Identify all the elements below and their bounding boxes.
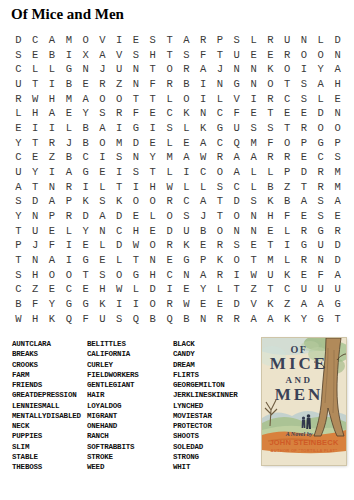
grid-cell[interactable]: O (77, 33, 94, 48)
grid-cell[interactable]: G (128, 268, 145, 283)
grid-cell[interactable]: L (27, 62, 44, 77)
grid-cell[interactable]: Y (10, 209, 27, 224)
grid-cell[interactable]: A (10, 180, 27, 195)
grid-cell[interactable]: I (111, 165, 128, 180)
grid-cell[interactable]: F (128, 106, 145, 121)
grid-cell[interactable]: P (329, 136, 346, 151)
grid-cell[interactable]: C (178, 194, 195, 209)
grid-cell[interactable]: P (10, 238, 27, 253)
grid-cell[interactable]: L (161, 165, 178, 180)
grid-cell[interactable]: L (279, 253, 296, 268)
grid-cell[interactable]: S (296, 92, 313, 107)
grid-cell[interactable]: A (94, 121, 111, 136)
grid-cell[interactable]: A (44, 253, 61, 268)
grid-cell[interactable]: Q (60, 312, 77, 327)
grid-cell[interactable]: W (111, 282, 128, 297)
grid-cell[interactable]: L (178, 121, 195, 136)
grid-cell[interactable]: R (60, 180, 77, 195)
grid-cell[interactable]: O (161, 209, 178, 224)
grid-cell[interactable]: G (60, 62, 77, 77)
grid-cell[interactable]: N (27, 209, 44, 224)
grid-cell[interactable]: C (279, 282, 296, 297)
grid-cell[interactable]: W (195, 150, 212, 165)
grid-cell[interactable]: K (94, 297, 111, 312)
grid-cell[interactable]: Y (195, 282, 212, 297)
grid-cell[interactable]: B (77, 136, 94, 151)
grid-cell[interactable]: A (195, 194, 212, 209)
grid-cell[interactable]: R (228, 312, 245, 327)
grid-cell[interactable]: E (144, 136, 161, 151)
grid-cell[interactable]: E (27, 48, 44, 63)
grid-cell[interactable]: I (111, 33, 128, 48)
grid-cell[interactable]: R (312, 180, 329, 195)
grid-cell[interactable]: N (245, 62, 262, 77)
grid-cell[interactable]: D (128, 136, 145, 151)
grid-cell[interactable]: G (329, 297, 346, 312)
grid-cell[interactable]: O (212, 224, 229, 239)
grid-cell[interactable]: A (195, 62, 212, 77)
grid-cell[interactable]: T (128, 92, 145, 107)
grid-cell[interactable]: L (44, 62, 61, 77)
grid-cell[interactable]: A (329, 194, 346, 209)
grid-cell[interactable]: S (128, 48, 145, 63)
grid-cell[interactable]: U (228, 121, 245, 136)
grid-cell[interactable]: D (312, 106, 329, 121)
grid-cell[interactable]: T (212, 209, 229, 224)
grid-cell[interactable]: S (296, 77, 313, 92)
grid-cell[interactable]: U (111, 62, 128, 77)
grid-cell[interactable]: L (312, 92, 329, 107)
grid-cell[interactable]: O (312, 48, 329, 63)
grid-cell[interactable]: C (27, 33, 44, 48)
grid-cell[interactable]: B (262, 180, 279, 195)
grid-cell[interactable]: T (144, 62, 161, 77)
grid-cell[interactable]: L (60, 224, 77, 239)
grid-cell[interactable]: T (161, 48, 178, 63)
grid-cell[interactable]: N (245, 77, 262, 92)
grid-cell[interactable]: B (60, 150, 77, 165)
grid-cell[interactable]: O (144, 194, 161, 209)
grid-cell[interactable]: C (111, 224, 128, 239)
grid-cell[interactable]: O (296, 48, 313, 63)
grid-cell[interactable]: R (296, 253, 313, 268)
grid-cell[interactable]: R (279, 150, 296, 165)
grid-cell[interactable]: N (245, 224, 262, 239)
grid-cell[interactable]: F (228, 106, 245, 121)
grid-cell[interactable]: H (27, 268, 44, 283)
grid-cell[interactable]: N (329, 48, 346, 63)
grid-cell[interactable]: D (161, 224, 178, 239)
grid-cell[interactable]: C (228, 180, 245, 195)
grid-cell[interactable]: I (60, 48, 77, 63)
grid-cell[interactable]: S (228, 33, 245, 48)
grid-cell[interactable]: T (262, 282, 279, 297)
grid-cell[interactable]: E (245, 106, 262, 121)
grid-cell[interactable]: I (44, 77, 61, 92)
grid-cell[interactable]: J (27, 238, 44, 253)
grid-cell[interactable]: L (245, 180, 262, 195)
grid-cell[interactable]: N (128, 62, 145, 77)
grid-cell[interactable]: O (161, 62, 178, 77)
grid-cell[interactable]: U (10, 77, 27, 92)
grid-cell[interactable]: Z (279, 297, 296, 312)
grid-cell[interactable]: A (312, 297, 329, 312)
grid-cell[interactable]: D (111, 238, 128, 253)
grid-cell[interactable]: T (279, 121, 296, 136)
grid-cell[interactable]: K (44, 312, 61, 327)
grid-cell[interactable]: N (228, 224, 245, 239)
grid-cell[interactable]: O (44, 268, 61, 283)
grid-cell[interactable]: I (60, 253, 77, 268)
grid-cell[interactable]: E (279, 106, 296, 121)
grid-cell[interactable]: E (296, 150, 313, 165)
grid-cell[interactable]: I (296, 62, 313, 77)
grid-cell[interactable]: E (296, 209, 313, 224)
grid-cell[interactable]: R (212, 312, 229, 327)
grid-cell[interactable]: D (228, 194, 245, 209)
grid-cell[interactable]: N (245, 209, 262, 224)
grid-cell[interactable]: C (312, 150, 329, 165)
grid-cell[interactable]: D (228, 297, 245, 312)
grid-cell[interactable]: X (77, 48, 94, 63)
grid-cell[interactable]: M (111, 136, 128, 151)
grid-cell[interactable]: U (296, 282, 313, 297)
grid-cell[interactable]: A (329, 268, 346, 283)
grid-cell[interactable]: I (94, 150, 111, 165)
grid-cell[interactable]: O (212, 165, 229, 180)
grid-cell[interactable]: R (212, 268, 229, 283)
grid-cell[interactable]: E (77, 238, 94, 253)
grid-cell[interactable]: C (10, 282, 27, 297)
grid-cell[interactable]: F (312, 268, 329, 283)
grid-cell[interactable]: T (144, 165, 161, 180)
grid-cell[interactable]: C (195, 165, 212, 180)
grid-cell[interactable]: E (27, 150, 44, 165)
grid-cell[interactable]: H (262, 209, 279, 224)
grid-cell[interactable]: L (178, 180, 195, 195)
grid-cell[interactable]: E (195, 238, 212, 253)
grid-cell[interactable]: O (279, 136, 296, 151)
grid-cell[interactable]: J (60, 136, 77, 151)
grid-cell[interactable]: S (312, 209, 329, 224)
grid-cell[interactable]: K (262, 62, 279, 77)
grid-cell[interactable]: Q (161, 312, 178, 327)
grid-cell[interactable]: D (144, 282, 161, 297)
grid-cell[interactable]: C (212, 136, 229, 151)
grid-cell[interactable]: O (144, 238, 161, 253)
grid-cell[interactable]: I (128, 297, 145, 312)
grid-cell[interactable]: R (195, 33, 212, 48)
grid-cell[interactable]: F (262, 136, 279, 151)
grid-cell[interactable]: M (161, 150, 178, 165)
grid-cell[interactable]: M (245, 136, 262, 151)
grid-cell[interactable]: E (329, 92, 346, 107)
grid-cell[interactable]: K (279, 268, 296, 283)
grid-cell[interactable]: N (329, 106, 346, 121)
grid-cell[interactable]: D (329, 33, 346, 48)
grid-cell[interactable]: I (44, 165, 61, 180)
grid-cell[interactable]: B (77, 121, 94, 136)
grid-cell[interactable]: F (27, 297, 44, 312)
grid-cell[interactable]: I (111, 297, 128, 312)
grid-cell[interactable]: A (228, 165, 245, 180)
grid-cell[interactable]: O (329, 121, 346, 136)
grid-cell[interactable]: G (212, 121, 229, 136)
grid-cell[interactable]: U (178, 224, 195, 239)
grid-cell[interactable]: W (161, 180, 178, 195)
grid-cell[interactable]: E (144, 224, 161, 239)
grid-cell[interactable]: P (195, 253, 212, 268)
grid-cell[interactable]: G (312, 224, 329, 239)
grid-cell[interactable]: L (94, 238, 111, 253)
grid-cell[interactable]: A (178, 33, 195, 48)
grid-cell[interactable]: F (44, 238, 61, 253)
grid-cell[interactable]: L (10, 106, 27, 121)
grid-cell[interactable]: A (94, 48, 111, 63)
grid-cell[interactable]: D (27, 194, 44, 209)
grid-cell[interactable]: H (144, 48, 161, 63)
grid-cell[interactable]: R (262, 92, 279, 107)
grid-cell[interactable]: S (111, 150, 128, 165)
grid-cell[interactable]: K (279, 312, 296, 327)
grid-cell[interactable]: G (128, 121, 145, 136)
grid-cell[interactable]: Y (44, 297, 61, 312)
grid-cell[interactable]: S (329, 150, 346, 165)
grid-cell[interactable]: R (262, 150, 279, 165)
grid-cell[interactable]: V (228, 92, 245, 107)
grid-cell[interactable]: T (212, 194, 229, 209)
grid-cell[interactable]: L (279, 224, 296, 239)
grid-cell[interactable]: E (60, 106, 77, 121)
grid-cell[interactable]: B (44, 48, 61, 63)
grid-cell[interactable]: N (44, 180, 61, 195)
grid-cell[interactable]: V (245, 297, 262, 312)
grid-cell[interactable]: B (178, 312, 195, 327)
grid-cell[interactable]: N (212, 77, 229, 92)
grid-cell[interactable]: E (94, 165, 111, 180)
grid-cell[interactable]: W (128, 238, 145, 253)
grid-cell[interactable]: C (77, 150, 94, 165)
grid-cell[interactable]: U (279, 33, 296, 48)
grid-cell[interactable]: S (161, 121, 178, 136)
grid-cell[interactable]: R (329, 224, 346, 239)
grid-cell[interactable]: V (111, 48, 128, 63)
grid-cell[interactable]: P (212, 33, 229, 48)
grid-cell[interactable]: W (178, 297, 195, 312)
grid-cell[interactable]: Z (44, 150, 61, 165)
grid-cell[interactable]: A (329, 62, 346, 77)
grid-cell[interactable]: T (296, 180, 313, 195)
grid-cell[interactable]: R (296, 224, 313, 239)
grid-cell[interactable]: L (128, 282, 145, 297)
grid-cell[interactable]: G (312, 136, 329, 151)
grid-cell[interactable]: G (77, 297, 94, 312)
grid-cell[interactable]: A (60, 165, 77, 180)
grid-cell[interactable]: P (279, 165, 296, 180)
grid-cell[interactable]: C (10, 150, 27, 165)
grid-cell[interactable]: Z (245, 282, 262, 297)
grid-cell[interactable]: S (312, 194, 329, 209)
grid-cell[interactable]: B (10, 297, 27, 312)
grid-cell[interactable]: G (77, 253, 94, 268)
grid-cell[interactable]: N (228, 62, 245, 77)
grid-cell[interactable]: K (262, 194, 279, 209)
grid-cell[interactable]: K (111, 194, 128, 209)
grid-cell[interactable]: L (94, 180, 111, 195)
grid-cell[interactable]: T (279, 77, 296, 92)
grid-cell[interactable]: Y (77, 106, 94, 121)
grid-cell[interactable]: E (161, 253, 178, 268)
grid-cell[interactable]: R (44, 136, 61, 151)
grid-cell[interactable]: S (94, 194, 111, 209)
grid-cell[interactable]: Q (228, 136, 245, 151)
grid-cell[interactable]: T (10, 224, 27, 239)
grid-cell[interactable]: I (245, 92, 262, 107)
grid-cell[interactable]: S (10, 268, 27, 283)
grid-cell[interactable]: T (161, 33, 178, 48)
grid-cell[interactable]: O (279, 62, 296, 77)
grid-cell[interactable]: N (144, 253, 161, 268)
grid-cell[interactable]: A (262, 312, 279, 327)
grid-cell[interactable]: A (245, 312, 262, 327)
grid-cell[interactable]: C (161, 106, 178, 121)
grid-cell[interactable]: N (296, 33, 313, 48)
grid-cell[interactable]: S (228, 238, 245, 253)
grid-cell[interactable]: B (195, 224, 212, 239)
grid-cell[interactable]: B (60, 77, 77, 92)
grid-cell[interactable]: A (228, 150, 245, 165)
grid-cell[interactable]: R (312, 165, 329, 180)
grid-cell[interactable]: U (228, 48, 245, 63)
grid-cell[interactable]: Y (10, 136, 27, 151)
grid-cell[interactable]: F (144, 77, 161, 92)
grid-cell[interactable]: K (195, 121, 212, 136)
grid-cell[interactable]: H (27, 312, 44, 327)
grid-cell[interactable]: I (144, 121, 161, 136)
grid-cell[interactable]: O (111, 268, 128, 283)
grid-cell[interactable]: U (329, 282, 346, 297)
grid-cell[interactable]: L (195, 180, 212, 195)
grid-cell[interactable]: A (312, 77, 329, 92)
grid-cell[interactable]: E (10, 121, 27, 136)
grid-cell[interactable]: I (228, 268, 245, 283)
grid-cell[interactable]: R (212, 238, 229, 253)
grid-cell[interactable]: E (144, 106, 161, 121)
grid-cell[interactable]: R (279, 48, 296, 63)
grid-cell[interactable]: E (262, 48, 279, 63)
grid-cell[interactable]: M (60, 92, 77, 107)
grid-cell[interactable]: T (10, 253, 27, 268)
grid-cell[interactable]: Z (111, 77, 128, 92)
grid-cell[interactable]: N (77, 62, 94, 77)
grid-cell[interactable]: R (161, 238, 178, 253)
grid-cell[interactable]: N (178, 268, 195, 283)
grid-cell[interactable]: V (94, 33, 111, 48)
grid-cell[interactable]: K (178, 238, 195, 253)
grid-cell[interactable]: E (245, 48, 262, 63)
grid-cell[interactable]: I (279, 238, 296, 253)
grid-cell[interactable]: I (111, 121, 128, 136)
grid-cell[interactable]: C (60, 282, 77, 297)
grid-cell[interactable]: B (279, 194, 296, 209)
grid-cell[interactable]: T (27, 180, 44, 195)
grid-cell[interactable]: T (144, 92, 161, 107)
grid-cell[interactable]: I (44, 121, 61, 136)
grid-cell[interactable]: G (60, 297, 77, 312)
grid-cell[interactable]: I (161, 282, 178, 297)
grid-cell[interactable]: O (94, 136, 111, 151)
grid-cell[interactable]: G (228, 77, 245, 92)
grid-cell[interactable]: H (128, 224, 145, 239)
grid-cell[interactable]: R (212, 150, 229, 165)
grid-cell[interactable]: S (10, 48, 27, 63)
grid-cell[interactable]: I (178, 165, 195, 180)
grid-cell[interactable]: E (128, 209, 145, 224)
grid-cell[interactable]: R (262, 33, 279, 48)
grid-cell[interactable]: D (329, 253, 346, 268)
grid-cell[interactable]: G (296, 238, 313, 253)
grid-cell[interactable]: C (212, 106, 229, 121)
grid-cell[interactable]: L (212, 282, 229, 297)
grid-cell[interactable]: T (212, 48, 229, 63)
grid-cell[interactable]: I (77, 180, 94, 195)
grid-cell[interactable]: C (10, 62, 27, 77)
grid-cell[interactable]: E (195, 297, 212, 312)
grid-cell[interactable]: T (228, 282, 245, 297)
grid-cell[interactable]: O (262, 77, 279, 92)
grid-cell[interactable]: J (212, 62, 229, 77)
grid-cell[interactable]: O (111, 92, 128, 107)
grid-cell[interactable]: N (128, 150, 145, 165)
grid-cell[interactable]: R (161, 297, 178, 312)
grid-cell[interactable]: M (329, 180, 346, 195)
grid-cell[interactable]: S (262, 121, 279, 136)
grid-cell[interactable]: E (44, 224, 61, 239)
grid-cell[interactable]: O (178, 92, 195, 107)
grid-cell[interactable]: U (312, 238, 329, 253)
grid-cell[interactable]: Y (296, 312, 313, 327)
grid-cell[interactable]: A (44, 33, 61, 48)
grid-cell[interactable]: T (262, 238, 279, 253)
grid-cell[interactable]: A (245, 150, 262, 165)
grid-cell[interactable]: N (128, 77, 145, 92)
grid-cell[interactable]: D (296, 165, 313, 180)
grid-cell[interactable]: C (279, 92, 296, 107)
grid-cell[interactable]: T (111, 180, 128, 195)
grid-cell[interactable]: T (128, 253, 145, 268)
grid-cell[interactable]: E (128, 33, 145, 48)
grid-cell[interactable]: L (144, 209, 161, 224)
grid-cell[interactable]: M (60, 33, 77, 48)
grid-cell[interactable]: K (262, 297, 279, 312)
grid-cell[interactable]: K (178, 106, 195, 121)
grid-cell[interactable]: A (94, 209, 111, 224)
grid-cell[interactable]: T (77, 268, 94, 283)
grid-cell[interactable]: W (245, 268, 262, 283)
grid-cell[interactable]: R (178, 62, 195, 77)
grid-cell[interactable]: Y (144, 150, 161, 165)
grid-cell[interactable]: L (212, 92, 229, 107)
grid-cell[interactable]: U (27, 224, 44, 239)
grid-cell[interactable]: G (312, 312, 329, 327)
grid-cell[interactable]: L (262, 165, 279, 180)
grid-cell[interactable]: E (329, 209, 346, 224)
grid-cell[interactable]: L (161, 92, 178, 107)
grid-cell[interactable]: S (245, 194, 262, 209)
grid-cell[interactable]: H (329, 77, 346, 92)
grid-cell[interactable]: O (60, 268, 77, 283)
grid-cell[interactable]: E (77, 77, 94, 92)
